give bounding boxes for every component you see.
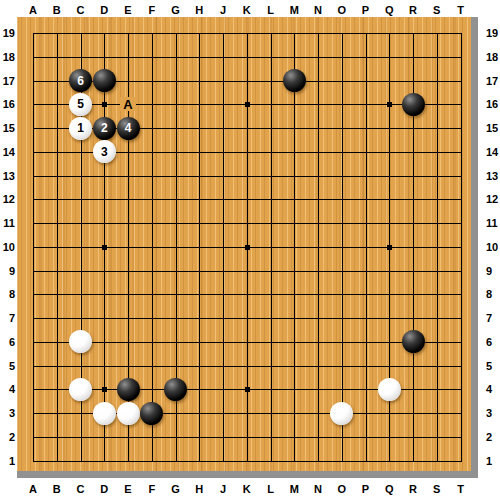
point-G3[interactable] xyxy=(164,401,188,425)
point-H18[interactable] xyxy=(187,45,211,69)
point-D5[interactable] xyxy=(92,354,116,378)
point-D11[interactable] xyxy=(92,211,116,235)
point-M4[interactable] xyxy=(282,377,306,401)
point-H10[interactable] xyxy=(187,235,211,259)
point-E10[interactable] xyxy=(116,235,140,259)
point-H3[interactable] xyxy=(187,401,211,425)
point-A7[interactable] xyxy=(21,306,45,330)
point-L7[interactable] xyxy=(259,306,283,330)
point-T6[interactable] xyxy=(449,330,473,354)
point-S15[interactable] xyxy=(425,116,449,140)
point-F2[interactable] xyxy=(140,425,164,449)
point-B13[interactable] xyxy=(45,164,69,188)
point-N5[interactable] xyxy=(306,354,330,378)
point-J19[interactable] xyxy=(211,21,235,45)
point-N13[interactable] xyxy=(306,164,330,188)
point-K4[interactable] xyxy=(235,377,259,401)
point-T18[interactable] xyxy=(449,45,473,69)
point-P16[interactable] xyxy=(354,92,378,116)
point-M19[interactable] xyxy=(282,21,306,45)
point-F12[interactable] xyxy=(140,187,164,211)
point-G15[interactable] xyxy=(164,116,188,140)
point-Q9[interactable] xyxy=(377,259,401,283)
point-R12[interactable] xyxy=(401,187,425,211)
point-E15[interactable]: 4 xyxy=(116,116,140,140)
point-J17[interactable] xyxy=(211,69,235,93)
point-A11[interactable] xyxy=(21,211,45,235)
point-Q11[interactable] xyxy=(377,211,401,235)
point-P18[interactable] xyxy=(354,45,378,69)
point-B5[interactable] xyxy=(45,354,69,378)
point-F17[interactable] xyxy=(140,69,164,93)
point-T7[interactable] xyxy=(449,306,473,330)
point-M17[interactable] xyxy=(282,69,306,93)
point-T2[interactable] xyxy=(449,425,473,449)
point-A17[interactable] xyxy=(21,69,45,93)
point-S10[interactable] xyxy=(425,235,449,259)
point-R19[interactable] xyxy=(401,21,425,45)
point-C11[interactable] xyxy=(69,211,93,235)
point-L2[interactable] xyxy=(259,425,283,449)
point-C1[interactable] xyxy=(69,449,93,473)
point-F1[interactable] xyxy=(140,449,164,473)
point-E17[interactable] xyxy=(116,69,140,93)
point-B10[interactable] xyxy=(45,235,69,259)
point-D15[interactable]: 2 xyxy=(92,116,116,140)
point-C2[interactable] xyxy=(69,425,93,449)
point-R10[interactable] xyxy=(401,235,425,259)
point-H6[interactable] xyxy=(187,330,211,354)
point-L8[interactable] xyxy=(259,282,283,306)
point-M12[interactable] xyxy=(282,187,306,211)
point-L17[interactable] xyxy=(259,69,283,93)
point-S1[interactable] xyxy=(425,449,449,473)
point-O3[interactable] xyxy=(330,401,354,425)
point-E16[interactable]: A xyxy=(116,92,140,116)
point-B4[interactable] xyxy=(45,377,69,401)
point-K12[interactable] xyxy=(235,187,259,211)
point-T8[interactable] xyxy=(449,282,473,306)
point-N12[interactable] xyxy=(306,187,330,211)
point-T12[interactable] xyxy=(449,187,473,211)
point-L9[interactable] xyxy=(259,259,283,283)
point-J14[interactable] xyxy=(211,140,235,164)
point-P14[interactable] xyxy=(354,140,378,164)
point-S11[interactable] xyxy=(425,211,449,235)
point-N6[interactable] xyxy=(306,330,330,354)
point-R11[interactable] xyxy=(401,211,425,235)
point-R9[interactable] xyxy=(401,259,425,283)
point-P8[interactable] xyxy=(354,282,378,306)
point-J15[interactable] xyxy=(211,116,235,140)
point-Q18[interactable] xyxy=(377,45,401,69)
point-A16[interactable] xyxy=(21,92,45,116)
point-A6[interactable] xyxy=(21,330,45,354)
point-T19[interactable] xyxy=(449,21,473,45)
point-H1[interactable] xyxy=(187,449,211,473)
point-A12[interactable] xyxy=(21,187,45,211)
point-N19[interactable] xyxy=(306,21,330,45)
point-H15[interactable] xyxy=(187,116,211,140)
point-S3[interactable] xyxy=(425,401,449,425)
point-T10[interactable] xyxy=(449,235,473,259)
point-Q10[interactable] xyxy=(377,235,401,259)
point-M1[interactable] xyxy=(282,449,306,473)
point-J16[interactable] xyxy=(211,92,235,116)
point-B12[interactable] xyxy=(45,187,69,211)
point-S16[interactable] xyxy=(425,92,449,116)
point-N4[interactable] xyxy=(306,377,330,401)
point-C3[interactable] xyxy=(69,401,93,425)
point-T5[interactable] xyxy=(449,354,473,378)
point-L13[interactable] xyxy=(259,164,283,188)
point-L5[interactable] xyxy=(259,354,283,378)
point-E3[interactable] xyxy=(116,401,140,425)
point-M6[interactable] xyxy=(282,330,306,354)
point-L18[interactable] xyxy=(259,45,283,69)
point-J8[interactable] xyxy=(211,282,235,306)
point-S19[interactable] xyxy=(425,21,449,45)
point-S9[interactable] xyxy=(425,259,449,283)
point-G10[interactable] xyxy=(164,235,188,259)
point-O1[interactable] xyxy=(330,449,354,473)
point-S5[interactable] xyxy=(425,354,449,378)
point-O2[interactable] xyxy=(330,425,354,449)
point-N1[interactable] xyxy=(306,449,330,473)
point-F5[interactable] xyxy=(140,354,164,378)
point-F3[interactable] xyxy=(140,401,164,425)
point-F6[interactable] xyxy=(140,330,164,354)
point-B9[interactable] xyxy=(45,259,69,283)
point-R15[interactable] xyxy=(401,116,425,140)
point-T11[interactable] xyxy=(449,211,473,235)
point-E11[interactable] xyxy=(116,211,140,235)
point-G7[interactable] xyxy=(164,306,188,330)
point-K6[interactable] xyxy=(235,330,259,354)
point-O16[interactable] xyxy=(330,92,354,116)
point-A14[interactable] xyxy=(21,140,45,164)
point-M13[interactable] xyxy=(282,164,306,188)
point-L3[interactable] xyxy=(259,401,283,425)
point-H11[interactable] xyxy=(187,211,211,235)
point-J3[interactable] xyxy=(211,401,235,425)
point-H2[interactable] xyxy=(187,425,211,449)
point-E19[interactable] xyxy=(116,21,140,45)
point-H9[interactable] xyxy=(187,259,211,283)
point-B7[interactable] xyxy=(45,306,69,330)
point-C10[interactable] xyxy=(69,235,93,259)
point-C8[interactable] xyxy=(69,282,93,306)
point-F10[interactable] xyxy=(140,235,164,259)
point-N17[interactable] xyxy=(306,69,330,93)
point-G17[interactable] xyxy=(164,69,188,93)
point-E7[interactable] xyxy=(116,306,140,330)
point-R14[interactable] xyxy=(401,140,425,164)
point-O12[interactable] xyxy=(330,187,354,211)
point-L16[interactable] xyxy=(259,92,283,116)
point-C4[interactable] xyxy=(69,377,93,401)
point-C16[interactable]: 5 xyxy=(69,92,93,116)
point-E8[interactable] xyxy=(116,282,140,306)
point-B6[interactable] xyxy=(45,330,69,354)
point-E2[interactable] xyxy=(116,425,140,449)
point-D10[interactable] xyxy=(92,235,116,259)
point-A18[interactable] xyxy=(21,45,45,69)
point-B1[interactable] xyxy=(45,449,69,473)
point-R7[interactable] xyxy=(401,306,425,330)
point-G13[interactable] xyxy=(164,164,188,188)
point-S7[interactable] xyxy=(425,306,449,330)
point-N8[interactable] xyxy=(306,282,330,306)
point-K11[interactable] xyxy=(235,211,259,235)
point-E14[interactable] xyxy=(116,140,140,164)
point-D8[interactable] xyxy=(92,282,116,306)
point-S4[interactable] xyxy=(425,377,449,401)
point-T15[interactable] xyxy=(449,116,473,140)
point-A13[interactable] xyxy=(21,164,45,188)
point-T17[interactable] xyxy=(449,69,473,93)
point-O6[interactable] xyxy=(330,330,354,354)
point-D7[interactable] xyxy=(92,306,116,330)
point-S17[interactable] xyxy=(425,69,449,93)
point-P3[interactable] xyxy=(354,401,378,425)
point-R3[interactable] xyxy=(401,401,425,425)
point-S6[interactable] xyxy=(425,330,449,354)
point-P12[interactable] xyxy=(354,187,378,211)
point-T1[interactable] xyxy=(449,449,473,473)
point-G19[interactable] xyxy=(164,21,188,45)
point-L10[interactable] xyxy=(259,235,283,259)
point-G16[interactable] xyxy=(164,92,188,116)
point-A8[interactable] xyxy=(21,282,45,306)
point-D9[interactable] xyxy=(92,259,116,283)
point-K17[interactable] xyxy=(235,69,259,93)
point-Q15[interactable] xyxy=(377,116,401,140)
point-L1[interactable] xyxy=(259,449,283,473)
point-K19[interactable] xyxy=(235,21,259,45)
point-C18[interactable] xyxy=(69,45,93,69)
point-F14[interactable] xyxy=(140,140,164,164)
point-F16[interactable] xyxy=(140,92,164,116)
point-M8[interactable] xyxy=(282,282,306,306)
point-Q3[interactable] xyxy=(377,401,401,425)
point-A19[interactable] xyxy=(21,21,45,45)
point-Q8[interactable] xyxy=(377,282,401,306)
point-T9[interactable] xyxy=(449,259,473,283)
point-Q14[interactable] xyxy=(377,140,401,164)
point-E4[interactable] xyxy=(116,377,140,401)
point-H16[interactable] xyxy=(187,92,211,116)
point-K2[interactable] xyxy=(235,425,259,449)
point-G18[interactable] xyxy=(164,45,188,69)
point-D16[interactable] xyxy=(92,92,116,116)
point-P17[interactable] xyxy=(354,69,378,93)
point-C5[interactable] xyxy=(69,354,93,378)
point-C14[interactable] xyxy=(69,140,93,164)
point-F19[interactable] xyxy=(140,21,164,45)
point-O17[interactable] xyxy=(330,69,354,93)
point-C13[interactable] xyxy=(69,164,93,188)
point-Q7[interactable] xyxy=(377,306,401,330)
point-M7[interactable] xyxy=(282,306,306,330)
point-H13[interactable] xyxy=(187,164,211,188)
point-J13[interactable] xyxy=(211,164,235,188)
point-M3[interactable] xyxy=(282,401,306,425)
point-S8[interactable] xyxy=(425,282,449,306)
point-L6[interactable] xyxy=(259,330,283,354)
point-S13[interactable] xyxy=(425,164,449,188)
point-P4[interactable] xyxy=(354,377,378,401)
point-D4[interactable] xyxy=(92,377,116,401)
point-J10[interactable] xyxy=(211,235,235,259)
point-F8[interactable] xyxy=(140,282,164,306)
point-R4[interactable] xyxy=(401,377,425,401)
point-H7[interactable] xyxy=(187,306,211,330)
point-P1[interactable] xyxy=(354,449,378,473)
point-G6[interactable] xyxy=(164,330,188,354)
point-S18[interactable] xyxy=(425,45,449,69)
point-L11[interactable] xyxy=(259,211,283,235)
point-F4[interactable] xyxy=(140,377,164,401)
point-G8[interactable] xyxy=(164,282,188,306)
point-F13[interactable] xyxy=(140,164,164,188)
point-C6[interactable] xyxy=(69,330,93,354)
point-B18[interactable] xyxy=(45,45,69,69)
point-E13[interactable] xyxy=(116,164,140,188)
point-F15[interactable] xyxy=(140,116,164,140)
point-F18[interactable] xyxy=(140,45,164,69)
point-H14[interactable] xyxy=(187,140,211,164)
point-M9[interactable] xyxy=(282,259,306,283)
point-J6[interactable] xyxy=(211,330,235,354)
point-L4[interactable] xyxy=(259,377,283,401)
point-N10[interactable] xyxy=(306,235,330,259)
point-E5[interactable] xyxy=(116,354,140,378)
point-N15[interactable] xyxy=(306,116,330,140)
point-S2[interactable] xyxy=(425,425,449,449)
point-Q17[interactable] xyxy=(377,69,401,93)
point-B15[interactable] xyxy=(45,116,69,140)
point-B3[interactable] xyxy=(45,401,69,425)
point-T16[interactable] xyxy=(449,92,473,116)
point-F11[interactable] xyxy=(140,211,164,235)
point-H19[interactable] xyxy=(187,21,211,45)
point-M10[interactable] xyxy=(282,235,306,259)
point-C17[interactable]: 6 xyxy=(69,69,93,93)
point-R17[interactable] xyxy=(401,69,425,93)
point-O9[interactable] xyxy=(330,259,354,283)
point-K9[interactable] xyxy=(235,259,259,283)
point-E9[interactable] xyxy=(116,259,140,283)
point-M16[interactable] xyxy=(282,92,306,116)
point-D19[interactable] xyxy=(92,21,116,45)
point-B14[interactable] xyxy=(45,140,69,164)
point-P5[interactable] xyxy=(354,354,378,378)
point-J5[interactable] xyxy=(211,354,235,378)
point-P2[interactable] xyxy=(354,425,378,449)
point-N3[interactable] xyxy=(306,401,330,425)
point-H5[interactable] xyxy=(187,354,211,378)
point-D13[interactable] xyxy=(92,164,116,188)
point-Q12[interactable] xyxy=(377,187,401,211)
point-P15[interactable] xyxy=(354,116,378,140)
point-M15[interactable] xyxy=(282,116,306,140)
point-B2[interactable] xyxy=(45,425,69,449)
point-J9[interactable] xyxy=(211,259,235,283)
point-O13[interactable] xyxy=(330,164,354,188)
point-Q1[interactable] xyxy=(377,449,401,473)
point-P19[interactable] xyxy=(354,21,378,45)
point-A4[interactable] xyxy=(21,377,45,401)
point-A9[interactable] xyxy=(21,259,45,283)
point-D6[interactable] xyxy=(92,330,116,354)
point-B16[interactable] xyxy=(45,92,69,116)
point-G12[interactable] xyxy=(164,187,188,211)
point-N14[interactable] xyxy=(306,140,330,164)
point-P11[interactable] xyxy=(354,211,378,235)
point-G1[interactable] xyxy=(164,449,188,473)
point-N7[interactable] xyxy=(306,306,330,330)
point-J11[interactable] xyxy=(211,211,235,235)
point-C19[interactable] xyxy=(69,21,93,45)
point-L12[interactable] xyxy=(259,187,283,211)
point-O14[interactable] xyxy=(330,140,354,164)
point-O11[interactable] xyxy=(330,211,354,235)
point-R6[interactable] xyxy=(401,330,425,354)
point-N2[interactable] xyxy=(306,425,330,449)
point-D17[interactable] xyxy=(92,69,116,93)
point-A15[interactable] xyxy=(21,116,45,140)
point-J1[interactable] xyxy=(211,449,235,473)
point-R5[interactable] xyxy=(401,354,425,378)
point-Q13[interactable] xyxy=(377,164,401,188)
point-D14[interactable]: 3 xyxy=(92,140,116,164)
point-G11[interactable] xyxy=(164,211,188,235)
point-E1[interactable] xyxy=(116,449,140,473)
point-E6[interactable] xyxy=(116,330,140,354)
point-K14[interactable] xyxy=(235,140,259,164)
point-M5[interactable] xyxy=(282,354,306,378)
point-O5[interactable] xyxy=(330,354,354,378)
point-H4[interactable] xyxy=(187,377,211,401)
point-J4[interactable] xyxy=(211,377,235,401)
point-F9[interactable] xyxy=(140,259,164,283)
point-H12[interactable] xyxy=(187,187,211,211)
point-B8[interactable] xyxy=(45,282,69,306)
point-M18[interactable] xyxy=(282,45,306,69)
point-E12[interactable] xyxy=(116,187,140,211)
point-N16[interactable] xyxy=(306,92,330,116)
point-G14[interactable] xyxy=(164,140,188,164)
point-A3[interactable] xyxy=(21,401,45,425)
point-C7[interactable] xyxy=(69,306,93,330)
point-H17[interactable] xyxy=(187,69,211,93)
point-R8[interactable] xyxy=(401,282,425,306)
point-P9[interactable] xyxy=(354,259,378,283)
point-K13[interactable] xyxy=(235,164,259,188)
point-T13[interactable] xyxy=(449,164,473,188)
point-Q6[interactable] xyxy=(377,330,401,354)
point-M11[interactable] xyxy=(282,211,306,235)
point-S14[interactable] xyxy=(425,140,449,164)
point-Q4[interactable] xyxy=(377,377,401,401)
point-O4[interactable] xyxy=(330,377,354,401)
point-N11[interactable] xyxy=(306,211,330,235)
point-A2[interactable] xyxy=(21,425,45,449)
point-O18[interactable] xyxy=(330,45,354,69)
point-G5[interactable] xyxy=(164,354,188,378)
point-B19[interactable] xyxy=(45,21,69,45)
